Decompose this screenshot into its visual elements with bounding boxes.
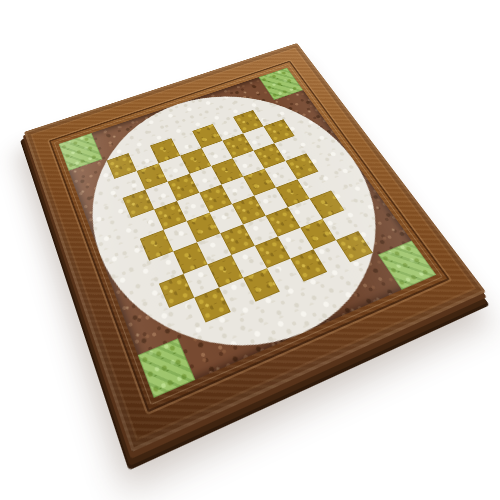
chess-board <box>24 43 486 452</box>
photo-canvas <box>0 0 500 500</box>
stone-surface <box>59 68 437 398</box>
wooden-frame <box>24 43 486 452</box>
